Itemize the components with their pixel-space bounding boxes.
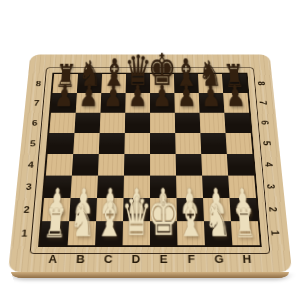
square-g2 xyxy=(203,198,231,221)
square-c3 xyxy=(97,176,124,198)
square-b2 xyxy=(69,198,97,221)
rank-label-left-6: 6 xyxy=(25,113,45,133)
square-a2 xyxy=(42,198,70,221)
square-g3 xyxy=(202,176,229,198)
square-b1 xyxy=(68,221,96,245)
square-c5 xyxy=(99,133,125,154)
file-label-c: C xyxy=(94,251,122,269)
file-label-h: H xyxy=(233,251,262,269)
square-a4 xyxy=(46,154,73,176)
rank-label-left-2: 2 xyxy=(16,198,37,221)
rank-label-right-6: 6 xyxy=(252,116,278,130)
square-a8 xyxy=(52,74,78,93)
square-b4 xyxy=(72,154,99,176)
rank-label-left-7: 7 xyxy=(27,93,46,113)
square-b8 xyxy=(77,74,102,93)
square-a5 xyxy=(48,133,75,154)
rank-label-right-8: 8 xyxy=(249,77,274,91)
file-label-a: A xyxy=(38,251,67,269)
file-label-b: B xyxy=(66,251,95,269)
square-c6 xyxy=(100,113,126,133)
square-g6 xyxy=(200,113,226,133)
file-label-e: E xyxy=(150,251,178,269)
rank-label-left-1: 1 xyxy=(14,221,36,245)
rank-label-right-3: 3 xyxy=(257,179,285,195)
square-g7 xyxy=(199,93,225,113)
square-d1 xyxy=(123,221,150,245)
square-d2 xyxy=(123,198,150,221)
rank-label-right-1: 1 xyxy=(261,225,290,242)
chess-board: ABCDEFGH8765432187654321 ♜♞♝♛♚♝♞♜♟♟♟♟♟♟♟… xyxy=(8,54,292,272)
square-g5 xyxy=(200,133,226,154)
square-h4 xyxy=(227,154,254,176)
square-f1 xyxy=(177,221,205,245)
square-f2 xyxy=(177,198,204,221)
square-c4 xyxy=(98,154,124,176)
square-d3 xyxy=(123,176,150,198)
square-e7 xyxy=(150,93,175,113)
square-h5 xyxy=(226,133,253,154)
board-side-edge xyxy=(11,272,289,278)
square-h1 xyxy=(231,221,260,245)
square-a6 xyxy=(49,113,75,133)
rank-label-left-5: 5 xyxy=(23,133,43,154)
square-d6 xyxy=(125,113,150,133)
square-c8 xyxy=(101,74,126,93)
square-d4 xyxy=(124,154,150,176)
square-f5 xyxy=(175,133,201,154)
square-f3 xyxy=(176,176,203,198)
rank-label-left-3: 3 xyxy=(18,176,39,198)
square-e8 xyxy=(150,74,174,93)
square-g4 xyxy=(201,154,228,176)
square-e3 xyxy=(150,176,177,198)
rank-label-right-5: 5 xyxy=(254,136,281,151)
square-h2 xyxy=(230,198,258,221)
file-label-g: G xyxy=(205,251,234,269)
square-h6 xyxy=(224,113,250,133)
file-label-d: D xyxy=(122,251,150,269)
square-e5 xyxy=(150,133,176,154)
square-c1 xyxy=(95,221,123,245)
square-b3 xyxy=(70,176,97,198)
rank-label-left-4: 4 xyxy=(21,154,41,176)
square-c7 xyxy=(100,93,125,113)
playfield xyxy=(38,73,262,247)
square-e6 xyxy=(150,113,175,133)
square-g8 xyxy=(198,74,223,93)
square-f4 xyxy=(176,154,202,176)
square-c2 xyxy=(96,198,123,221)
rank-label-right-2: 2 xyxy=(259,201,287,218)
square-b6 xyxy=(74,113,100,133)
rank-label-right-4: 4 xyxy=(255,157,282,172)
square-f7 xyxy=(174,93,199,113)
square-e4 xyxy=(150,154,176,176)
square-a7 xyxy=(51,93,77,113)
square-d8 xyxy=(126,74,150,93)
square-a3 xyxy=(44,176,72,198)
square-e2 xyxy=(150,198,177,221)
chess-set-photo: ABCDEFGH8765432187654321 ♜♞♝♛♚♝♞♜♟♟♟♟♟♟♟… xyxy=(0,0,300,300)
square-a1 xyxy=(40,221,69,245)
square-g1 xyxy=(204,221,232,245)
square-h7 xyxy=(223,93,249,113)
square-b7 xyxy=(76,93,102,113)
square-b5 xyxy=(73,133,99,154)
square-e1 xyxy=(150,221,177,245)
square-f8 xyxy=(174,74,199,93)
square-d7 xyxy=(125,93,150,113)
square-f6 xyxy=(175,113,201,133)
square-h3 xyxy=(228,176,256,198)
rank-label-left-8: 8 xyxy=(29,74,48,93)
file-label-f: F xyxy=(178,251,206,269)
rank-label-right-7: 7 xyxy=(250,96,276,110)
square-h8 xyxy=(222,74,248,93)
square-d5 xyxy=(124,133,150,154)
